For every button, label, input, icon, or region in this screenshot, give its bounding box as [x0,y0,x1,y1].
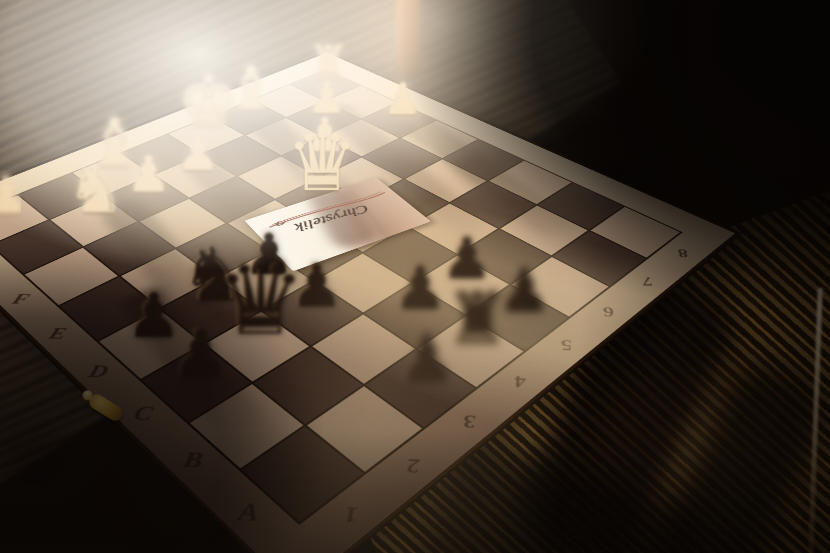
photo-scene: HGFEDCBA 12345678 Chrystelik [0,0,830,553]
scene-3d: HGFEDCBA 12345678 Chrystelik [0,0,830,553]
pieces-layer: ♟♝♚♝♜♞♟♟♟♟♟♛♟♞♟♟♛♟♟♟♟♜♟ [0,53,735,553]
dark-pawn-glyph: ♟ [112,321,287,386]
light-knight-glyph: ♞ [26,157,166,223]
chess-board: HGFEDCBA 12345678 Chrystelik [0,52,739,553]
dark-pawn-glyph: ♟ [338,326,514,391]
light-queen-glyph: ♛ [255,122,390,203]
